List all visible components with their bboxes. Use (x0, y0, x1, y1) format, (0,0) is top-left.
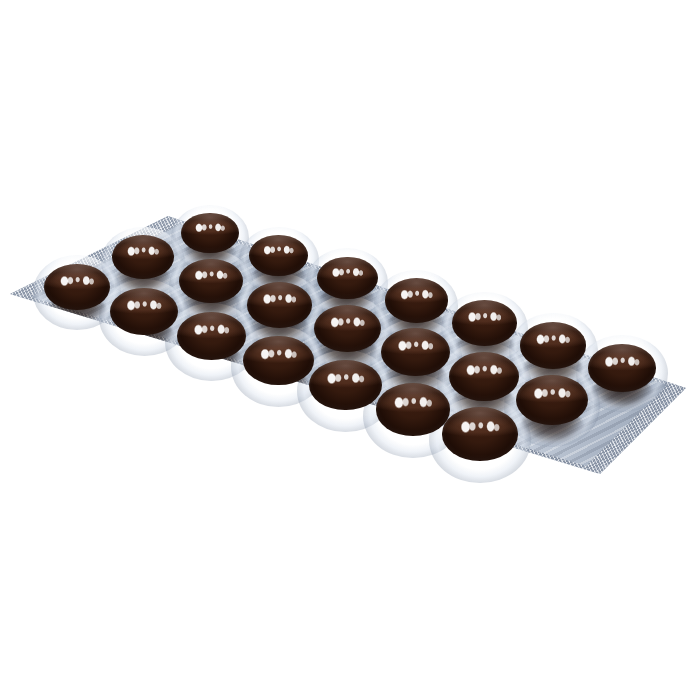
tablet (309, 360, 382, 411)
tablet (181, 213, 239, 254)
tablet (110, 288, 178, 335)
tablet (520, 322, 586, 368)
tablet (247, 282, 312, 328)
tablet (385, 278, 448, 322)
product-photo-canvas (0, 0, 700, 700)
tablet (442, 407, 518, 460)
tablet (112, 235, 174, 278)
tablet (376, 383, 450, 435)
tablet-grid (0, 0, 700, 700)
tablet (317, 257, 378, 300)
tablet (243, 336, 314, 386)
tablet (381, 328, 450, 376)
tablet (179, 259, 243, 304)
tablet (249, 235, 309, 277)
tablet (314, 305, 381, 352)
tablet (177, 312, 246, 361)
tablet (44, 264, 110, 310)
tablet (452, 300, 517, 345)
tablet (516, 375, 588, 425)
tablet (588, 344, 656, 392)
tablet (449, 352, 519, 401)
